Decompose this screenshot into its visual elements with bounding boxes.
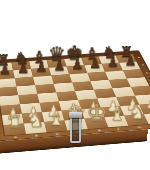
file-label: G xyxy=(137,126,142,129)
piece-white-rook: ♜ xyxy=(0,114,34,132)
latch-clasp xyxy=(69,112,82,145)
chess-set-product-photo: ♜♞♝♛♚♝♞♜♟♟♟♟♟♟♟♟♟♟♟♟♟♟♟♟♜♞♝♛♚♝♞♜ ABCDEFG… xyxy=(0,0,150,170)
board-square xyxy=(109,79,131,89)
rank-label: 5 xyxy=(149,80,150,82)
rank-label: 8 xyxy=(137,57,141,59)
latch-bar-icon xyxy=(69,112,82,118)
board-square xyxy=(35,84,56,94)
board-square xyxy=(0,86,18,96)
piece-black-pawn: ♟ xyxy=(0,63,22,77)
rank-label: 6 xyxy=(145,72,149,74)
file-label: E xyxy=(97,129,101,132)
rank-label: 7 xyxy=(141,64,145,66)
latch-loop-icon xyxy=(70,116,81,143)
file-label: F xyxy=(117,127,121,130)
board-square xyxy=(16,85,37,95)
